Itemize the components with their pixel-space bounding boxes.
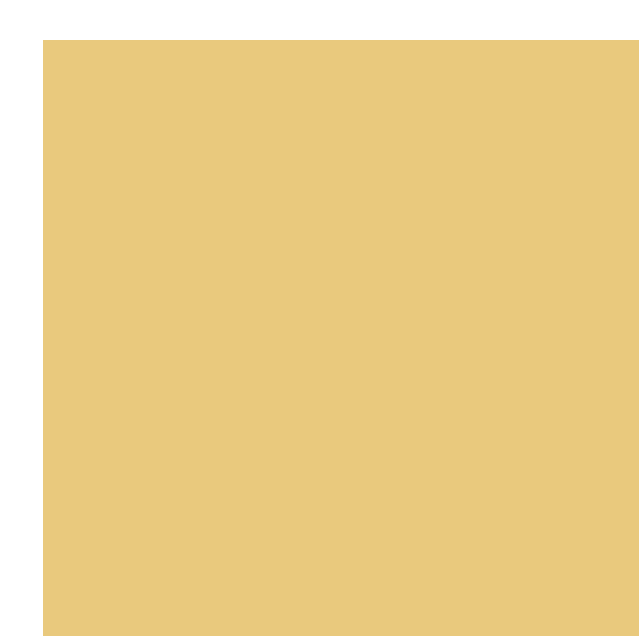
go-board [43,40,639,636]
left-coordinates [0,57,43,624]
go-diagram [0,0,639,636]
top-coordinates [59,2,626,38]
stones-layer [59,57,626,624]
